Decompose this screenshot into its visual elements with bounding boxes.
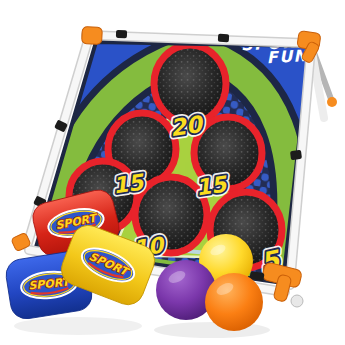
ball-orange-body xyxy=(205,273,263,331)
hole-label-15-right-text: 15 xyxy=(194,171,229,200)
hole-top xyxy=(154,45,226,123)
toss-game-illustration: 20 20 20 15 15 15 15 15 15 10 10 10 5 5 … xyxy=(0,0,345,345)
ball-shadow xyxy=(154,322,270,338)
hole-label-15-right: 15 15 15 xyxy=(194,171,229,200)
hole-label-15-left: 15 15 15 xyxy=(111,169,146,198)
product-photo: 20 20 20 15 15 15 15 15 15 10 10 10 5 5 … xyxy=(0,0,345,345)
hole-label-15-left-text: 15 xyxy=(111,169,146,198)
support-legs xyxy=(312,50,337,118)
clip-top-1 xyxy=(116,30,127,38)
rear-leg-orange-cap xyxy=(327,97,337,107)
clip-top-2 xyxy=(218,34,229,43)
frame-foot xyxy=(291,295,303,307)
ball-orange xyxy=(205,273,263,331)
clip-right xyxy=(290,150,302,160)
corner-joint-top-left xyxy=(82,26,103,44)
bag-shadow xyxy=(14,317,142,335)
